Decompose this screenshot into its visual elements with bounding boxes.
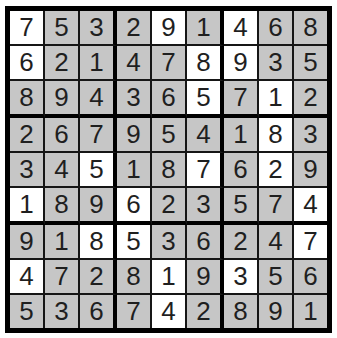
cell-r9c7[interactable]: 8: [224, 295, 259, 328]
cell-r3c7[interactable]: 7: [224, 81, 259, 118]
cell-r5c8[interactable]: 2: [259, 153, 294, 188]
cell-r7c1[interactable]: 9: [10, 225, 45, 260]
cell-r4c7[interactable]: 1: [224, 118, 259, 153]
cell-r8c7[interactable]: 3: [224, 260, 259, 295]
cell-r1c1[interactable]: 7: [10, 11, 45, 46]
cell-r3c6[interactable]: 5: [187, 81, 224, 118]
cell-r9c2[interactable]: 3: [45, 295, 80, 328]
cell-r6c9[interactable]: 4: [294, 188, 327, 225]
cell-r2c6[interactable]: 8: [187, 46, 224, 81]
cell-r2c2[interactable]: 2: [45, 46, 80, 81]
cell-r1c8[interactable]: 6: [259, 11, 294, 46]
cell-r4c6[interactable]: 4: [187, 118, 224, 153]
cell-r3c3[interactable]: 4: [80, 81, 117, 118]
cell-r5c7[interactable]: 6: [224, 153, 259, 188]
cell-r8c3[interactable]: 2: [80, 260, 117, 295]
cell-r5c3[interactable]: 5: [80, 153, 117, 188]
cell-r4c1[interactable]: 2: [10, 118, 45, 153]
cell-r7c3[interactable]: 8: [80, 225, 117, 260]
cell-r6c8[interactable]: 7: [259, 188, 294, 225]
cell-r4c9[interactable]: 3: [294, 118, 327, 153]
cell-r6c2[interactable]: 8: [45, 188, 80, 225]
cell-r5c6[interactable]: 7: [187, 153, 224, 188]
cell-r4c8[interactable]: 8: [259, 118, 294, 153]
cell-r4c2[interactable]: 6: [45, 118, 80, 153]
cell-r5c4[interactable]: 1: [117, 153, 152, 188]
cell-r1c2[interactable]: 5: [45, 11, 80, 46]
cell-r1c6[interactable]: 1: [187, 11, 224, 46]
cell-r6c5[interactable]: 2: [152, 188, 187, 225]
cell-r3c4[interactable]: 3: [117, 81, 152, 118]
cell-r3c1[interactable]: 8: [10, 81, 45, 118]
cell-r7c5[interactable]: 3: [152, 225, 187, 260]
cell-r7c9[interactable]: 7: [294, 225, 327, 260]
sudoku-board: 7532914686214789358943657122679541833451…: [5, 6, 332, 333]
cell-r9c3[interactable]: 6: [80, 295, 117, 328]
cell-r1c3[interactable]: 3: [80, 11, 117, 46]
cell-r9c1[interactable]: 5: [10, 295, 45, 328]
cell-r6c6[interactable]: 3: [187, 188, 224, 225]
cell-r1c7[interactable]: 4: [224, 11, 259, 46]
cell-r6c3[interactable]: 9: [80, 188, 117, 225]
cell-r3c9[interactable]: 2: [294, 81, 327, 118]
cell-r1c9[interactable]: 8: [294, 11, 327, 46]
cell-r2c3[interactable]: 1: [80, 46, 117, 81]
cell-r5c2[interactable]: 4: [45, 153, 80, 188]
cell-r5c9[interactable]: 9: [294, 153, 327, 188]
cell-r2c9[interactable]: 5: [294, 46, 327, 81]
cell-r9c8[interactable]: 9: [259, 295, 294, 328]
cell-r4c4[interactable]: 9: [117, 118, 152, 153]
cell-r9c5[interactable]: 4: [152, 295, 187, 328]
cell-r4c5[interactable]: 5: [152, 118, 187, 153]
cell-r5c5[interactable]: 8: [152, 153, 187, 188]
cell-r8c2[interactable]: 7: [45, 260, 80, 295]
cell-r8c8[interactable]: 5: [259, 260, 294, 295]
cell-r8c6[interactable]: 9: [187, 260, 224, 295]
cell-r7c6[interactable]: 6: [187, 225, 224, 260]
cell-r6c1[interactable]: 1: [10, 188, 45, 225]
cell-r7c8[interactable]: 4: [259, 225, 294, 260]
cell-r3c8[interactable]: 1: [259, 81, 294, 118]
cell-r6c4[interactable]: 6: [117, 188, 152, 225]
cell-r1c5[interactable]: 9: [152, 11, 187, 46]
cell-r9c9[interactable]: 1: [294, 295, 327, 328]
cell-r2c7[interactable]: 9: [224, 46, 259, 81]
cell-r2c4[interactable]: 4: [117, 46, 152, 81]
cell-r7c7[interactable]: 2: [224, 225, 259, 260]
cell-r9c6[interactable]: 2: [187, 295, 224, 328]
cell-r7c4[interactable]: 5: [117, 225, 152, 260]
cell-r6c7[interactable]: 5: [224, 188, 259, 225]
cell-r5c1[interactable]: 3: [10, 153, 45, 188]
cell-r8c5[interactable]: 1: [152, 260, 187, 295]
cell-r1c4[interactable]: 2: [117, 11, 152, 46]
cell-r3c5[interactable]: 6: [152, 81, 187, 118]
cell-r4c3[interactable]: 7: [80, 118, 117, 153]
cell-r8c1[interactable]: 4: [10, 260, 45, 295]
cell-r2c8[interactable]: 3: [259, 46, 294, 81]
cell-r8c4[interactable]: 8: [117, 260, 152, 295]
cell-r2c1[interactable]: 6: [10, 46, 45, 81]
cell-r3c2[interactable]: 9: [45, 81, 80, 118]
cell-r2c5[interactable]: 7: [152, 46, 187, 81]
cell-r7c2[interactable]: 1: [45, 225, 80, 260]
cell-r9c4[interactable]: 7: [117, 295, 152, 328]
cell-r8c9[interactable]: 6: [294, 260, 327, 295]
